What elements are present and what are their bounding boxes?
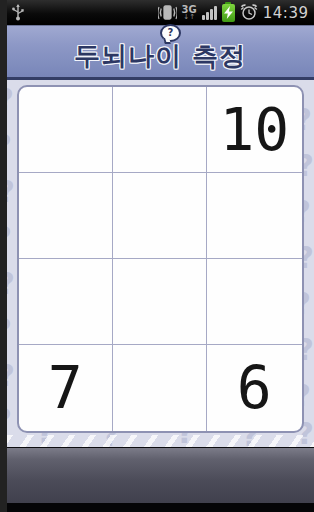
black-strip [7, 503, 314, 512]
battery-charging-icon [222, 4, 235, 22]
grid-cell-r2c1[interactable] [113, 259, 207, 345]
pattern-question-glyph: ? [7, 220, 12, 255]
grid-cell-r3c1[interactable] [113, 345, 207, 431]
grid-cell-r3c0[interactable]: 7 [19, 345, 113, 431]
pattern-question-glyph: ? [7, 128, 12, 163]
pattern-question-glyph: ? [7, 174, 15, 209]
grid-cell-r2c2[interactable] [207, 259, 301, 345]
app-title: 두뇌나이 측정 [74, 41, 246, 71]
grid-cell-r1c2[interactable] [207, 173, 301, 259]
alarm-clock-icon [240, 4, 258, 21]
usb-icon [12, 4, 24, 21]
3g-icon: 3G ↓↑ [182, 5, 197, 21]
stripe-band [7, 435, 314, 447]
number-grid: 10 7 6 [17, 85, 304, 433]
game-area: ???????????????????? 10 7 6 [7, 80, 314, 447]
grid-cell-r3c2[interactable]: 6 [207, 345, 301, 431]
pattern-question-glyph: ? [7, 266, 15, 301]
grid-cell-r0c0[interactable] [19, 87, 113, 173]
signal-strength-icon [202, 6, 217, 20]
pattern-question-glyph: ? [7, 358, 15, 393]
question-bubble-icon: ? [160, 24, 181, 42]
bottom-bar [7, 447, 314, 503]
status-bar: 3G ↓↑ [7, 0, 314, 25]
pattern-question-glyph: ? [7, 312, 12, 347]
grid-cell-r2c0[interactable] [19, 259, 113, 345]
clock-time: 14:39 [263, 4, 309, 22]
title-bar: 두뇌나이 측정 ? [7, 25, 314, 80]
network-arrows: ↓↑ [183, 14, 195, 21]
vibrate-icon [158, 5, 177, 21]
app-screen: 3G ↓↑ [7, 0, 314, 512]
pattern-question-glyph: ? [7, 82, 14, 117]
grid-cell-r0c1[interactable] [113, 87, 207, 173]
grid-cell-r0c2[interactable]: 10 [207, 87, 301, 173]
grid-cell-r1c1[interactable] [113, 173, 207, 259]
grid-cell-r1c0[interactable] [19, 173, 113, 259]
pattern-question-glyph: ? [7, 402, 12, 437]
